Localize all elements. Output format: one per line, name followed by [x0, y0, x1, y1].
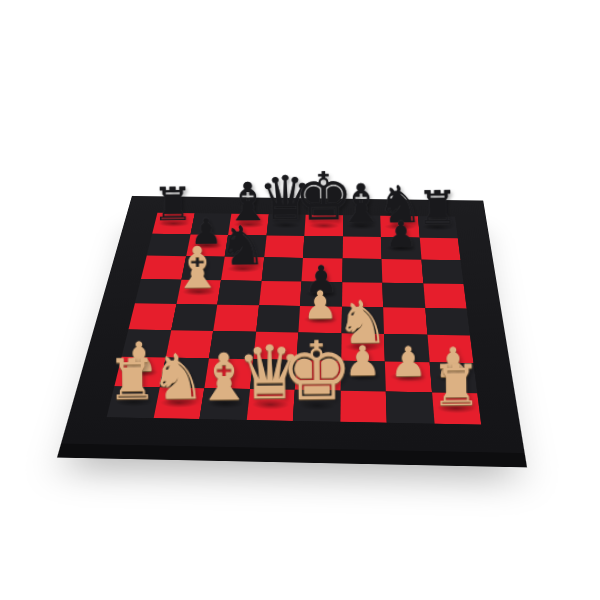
square-b6[interactable]: [181, 256, 225, 280]
chess-board: ♜♝♛♚♝♞♜♟♟♞♝♟♟♞♟♟♟♟♜♞♝♛♚♜: [61, 196, 525, 453]
knight-glyph: ♞: [198, 219, 285, 274]
king-glyph: ♚: [282, 163, 365, 230]
square-f8[interactable]: [343, 215, 381, 237]
pawn-glyph: ♟: [358, 216, 443, 253]
square-e8[interactable]: [304, 215, 343, 237]
square-b8[interactable]: [190, 213, 231, 234]
square-c8[interactable]: [228, 214, 268, 235]
pawn-glyph: ♟: [164, 214, 249, 250]
square-b5[interactable]: [176, 279, 221, 304]
square-d8[interactable]: [266, 214, 305, 236]
square-f6[interactable]: [342, 258, 382, 282]
square-g6[interactable]: [382, 259, 423, 283]
square-c6[interactable]: [221, 257, 264, 281]
square-h6[interactable]: [421, 260, 464, 284]
square-e6[interactable]: [302, 258, 343, 282]
bishop-glyph: ♝: [206, 175, 289, 229]
rook-glyph: ♜: [396, 185, 479, 232]
square-c5[interactable]: [217, 280, 261, 305]
chessboard-scene: ♜♝♛♚♝♞♜♟♟♞♝♟♟♞♟♟♟♟♜♞♝♛♚♜: [0, 0, 600, 600]
square-a5[interactable]: [135, 279, 181, 304]
square-g8[interactable]: [380, 216, 419, 238]
bishop-glyph: ♝: [153, 239, 243, 297]
photo-background: ♜♝♛♚♝♞♜♟♟♞♝♟♟♞♟♟♟♟♜♞♝♛♚♜: [0, 0, 600, 600]
square-h7[interactable]: [419, 237, 460, 260]
square-b7[interactable]: [186, 234, 228, 257]
square-g7[interactable]: [381, 237, 421, 260]
knight-glyph: ♞: [358, 179, 441, 231]
square-e7[interactable]: [303, 236, 343, 259]
square-a8[interactable]: [152, 213, 194, 234]
king-glyph: ♚: [266, 330, 368, 412]
square-h8[interactable]: [418, 216, 458, 238]
square-d7[interactable]: [264, 235, 305, 258]
queen-glyph: ♛: [244, 168, 327, 229]
square-f7[interactable]: [342, 236, 381, 259]
square-d6[interactable]: [261, 257, 303, 281]
square-a7[interactable]: [147, 234, 190, 257]
pieces-layer: ♜♝♛♚♝♞♜♟♟♞♝♟♟♞♟♟♟♟♜♞♝♛♚♜: [107, 213, 482, 425]
square-c7[interactable]: [225, 235, 266, 258]
rook-glyph: ♜: [405, 357, 507, 414]
square-a6[interactable]: [141, 256, 186, 280]
board-tilt-wrapper: ♜♝♛♚♝♞♜♟♟♞♝♟♟♞♟♟♟♟♜♞♝♛♚♜: [98, 104, 502, 508]
rook-glyph: ♜: [131, 181, 213, 227]
bishop-glyph: ♝: [320, 176, 403, 230]
